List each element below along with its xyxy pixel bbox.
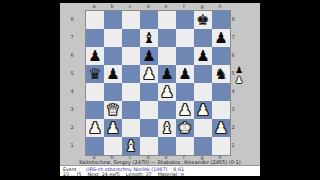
piece-white-bishop[interactable]: ♝ bbox=[124, 137, 137, 155]
square-f8[interactable] bbox=[176, 11, 194, 29]
square-e7[interactable] bbox=[158, 29, 176, 47]
chess-gui-panel: abcdefgh 87654321 ♚♝♟♟♟♟♛♟♟♟♟♞♟♛♟♟♟♟♝♚♟♝… bbox=[60, 3, 260, 175]
piece-black-pawn[interactable]: ♟ bbox=[214, 29, 227, 47]
coord-label-3: 3 bbox=[230, 100, 236, 118]
piece-white-king[interactable]: ♚ bbox=[178, 119, 191, 137]
square-g5[interactable] bbox=[194, 65, 212, 83]
square-f6[interactable] bbox=[176, 47, 194, 65]
coord-label-4: 4 bbox=[69, 82, 75, 100]
square-f2[interactable]: ♚ bbox=[176, 119, 194, 137]
piece-white-pawn[interactable]: ♟ bbox=[214, 119, 227, 137]
game-info-bar: Event : URS-ch otborochny Norilsk (1987)… bbox=[60, 165, 260, 176]
coord-label-2: 2 bbox=[69, 118, 75, 136]
square-c6[interactable] bbox=[122, 47, 140, 65]
piece-black-pawn[interactable]: ♟ bbox=[160, 65, 173, 83]
square-c1[interactable]: ♝ bbox=[122, 137, 140, 155]
coord-label-8: 8 bbox=[69, 10, 75, 28]
square-h3[interactable] bbox=[212, 101, 230, 119]
square-f3[interactable]: ♟ bbox=[176, 101, 194, 119]
square-g3[interactable]: ♟ bbox=[194, 101, 212, 119]
file-labels-top: abcdefgh bbox=[85, 3, 231, 9]
coord-label-f: f bbox=[175, 3, 193, 9]
piece-white-pawn[interactable]: ♟ bbox=[142, 65, 155, 83]
piece-white-queen[interactable]: ♛ bbox=[106, 101, 119, 119]
square-f5[interactable]: ♟ bbox=[176, 65, 194, 83]
coord-label-6: 6 bbox=[69, 46, 75, 64]
square-b6[interactable] bbox=[104, 47, 122, 65]
piece-white-pawn[interactable]: ♟ bbox=[160, 83, 173, 101]
square-h4[interactable] bbox=[212, 83, 230, 101]
square-b4[interactable] bbox=[104, 83, 122, 101]
piece-black-knight[interactable]: ♞ bbox=[214, 65, 227, 83]
rank-labels-left: 87654321 bbox=[69, 10, 75, 156]
game-length: Length: 37 bbox=[126, 172, 152, 177]
square-a7[interactable] bbox=[86, 29, 104, 47]
square-b5[interactable]: ♟ bbox=[104, 65, 122, 83]
coord-label-h: h bbox=[211, 3, 229, 9]
piece-black-pawn[interactable]: ♟ bbox=[196, 47, 209, 65]
square-d5[interactable]: ♟ bbox=[140, 65, 158, 83]
coord-label-2: 2 bbox=[230, 118, 236, 136]
piece-black-pawn[interactable]: ♟ bbox=[88, 47, 101, 65]
square-b8[interactable] bbox=[104, 11, 122, 29]
square-b1[interactable] bbox=[104, 137, 122, 155]
square-g2[interactable] bbox=[194, 119, 212, 137]
piece-black-king[interactable]: ♚ bbox=[196, 11, 209, 29]
square-d8[interactable] bbox=[140, 11, 158, 29]
square-b2[interactable]: ♟ bbox=[104, 119, 122, 137]
square-c3[interactable] bbox=[122, 101, 140, 119]
coord-label-1: 1 bbox=[230, 136, 236, 154]
next-move: Next: 24.exf5 bbox=[87, 172, 119, 177]
piece-white-pawn[interactable]: ♟ bbox=[88, 119, 101, 137]
white-pawn-icon: ♟ bbox=[235, 75, 243, 85]
coord-label-3: 3 bbox=[69, 100, 75, 118]
piece-black-queen[interactable]: ♛ bbox=[88, 65, 101, 83]
coord-label-8: 8 bbox=[230, 10, 236, 28]
coord-label-6: 6 bbox=[230, 46, 236, 64]
square-a5[interactable]: ♛ bbox=[86, 65, 104, 83]
coord-label-e: e bbox=[157, 3, 175, 9]
square-e4[interactable]: ♟ bbox=[158, 83, 176, 101]
square-g1[interactable] bbox=[194, 137, 212, 155]
coord-label-7: 7 bbox=[69, 28, 75, 46]
square-e6[interactable] bbox=[158, 47, 176, 65]
square-c2[interactable] bbox=[122, 119, 140, 137]
square-a8[interactable] bbox=[86, 11, 104, 29]
piece-black-pawn[interactable]: ♟ bbox=[106, 65, 119, 83]
square-h1[interactable] bbox=[212, 137, 230, 155]
square-h2[interactable]: ♟ bbox=[212, 119, 230, 137]
coord-label-b: b bbox=[103, 3, 121, 9]
square-d6[interactable]: ♟ bbox=[140, 47, 158, 65]
coord-label-7: 7 bbox=[230, 28, 236, 46]
square-d4[interactable] bbox=[140, 83, 158, 101]
material-balance: Material: = bbox=[158, 172, 185, 177]
square-c5[interactable] bbox=[122, 65, 140, 83]
square-g8[interactable]: ♚ bbox=[194, 11, 212, 29]
square-e8[interactable] bbox=[158, 11, 176, 29]
square-d3[interactable] bbox=[140, 101, 158, 119]
square-f7[interactable] bbox=[176, 29, 194, 47]
chess-board[interactable]: ♚♝♟♟♟♟♛♟♟♟♟♞♟♛♟♟♟♟♝♚♟♝ bbox=[85, 10, 231, 156]
piece-white-pawn[interactable]: ♟ bbox=[178, 101, 191, 119]
coord-label-5: 5 bbox=[69, 64, 75, 82]
square-d2[interactable] bbox=[140, 119, 158, 137]
material-indicator: ♟ ♟ bbox=[233, 65, 245, 85]
square-e1[interactable] bbox=[158, 137, 176, 155]
video-frame: abcdefgh 87654321 ♚♝♟♟♟♟♛♟♟♟♟♞♟♛♟♟♟♟♝♚♟♝… bbox=[0, 0, 320, 180]
square-h7[interactable]: ♟ bbox=[212, 29, 230, 47]
square-e3[interactable] bbox=[158, 101, 176, 119]
square-b7[interactable] bbox=[104, 29, 122, 47]
square-g7[interactable] bbox=[194, 29, 212, 47]
piece-white-bishop[interactable]: ♝ bbox=[160, 119, 173, 137]
square-d7[interactable]: ♝ bbox=[140, 29, 158, 47]
square-h8[interactable] bbox=[212, 11, 230, 29]
square-c8[interactable] bbox=[122, 11, 140, 29]
square-a4[interactable] bbox=[86, 83, 104, 101]
square-h6[interactable] bbox=[212, 47, 230, 65]
square-h5[interactable]: ♞ bbox=[212, 65, 230, 83]
square-f4[interactable] bbox=[176, 83, 194, 101]
square-d1[interactable] bbox=[140, 137, 158, 155]
coord-label-d: d bbox=[139, 3, 157, 9]
coord-label-a: a bbox=[85, 3, 103, 9]
black-pawn-icon: ♟ bbox=[235, 65, 243, 75]
square-b3[interactable]: ♛ bbox=[104, 101, 122, 119]
square-a2[interactable]: ♟ bbox=[86, 119, 104, 137]
square-e5[interactable]: ♟ bbox=[158, 65, 176, 83]
square-a1[interactable] bbox=[86, 137, 104, 155]
coord-label-g: g bbox=[193, 3, 211, 9]
square-g4[interactable] bbox=[194, 83, 212, 101]
coord-label-1: 1 bbox=[69, 136, 75, 154]
move-counter: 23 ... f5 bbox=[63, 172, 81, 177]
coord-label-c: c bbox=[121, 3, 139, 9]
letterbox-left bbox=[0, 0, 60, 180]
piece-black-pawn[interactable]: ♟ bbox=[142, 47, 155, 65]
square-c7[interactable] bbox=[122, 29, 140, 47]
letterbox-right bbox=[260, 0, 320, 180]
square-a3[interactable] bbox=[86, 101, 104, 119]
piece-white-pawn[interactable]: ♟ bbox=[196, 101, 209, 119]
piece-white-pawn[interactable]: ♟ bbox=[106, 119, 119, 137]
square-g6[interactable]: ♟ bbox=[194, 47, 212, 65]
square-f1[interactable] bbox=[176, 137, 194, 155]
square-e2[interactable]: ♝ bbox=[158, 119, 176, 137]
piece-black-bishop[interactable]: ♝ bbox=[142, 29, 155, 47]
square-a6[interactable]: ♟ bbox=[86, 47, 104, 65]
square-c4[interactable] bbox=[122, 83, 140, 101]
piece-black-pawn[interactable]: ♟ bbox=[178, 65, 191, 83]
